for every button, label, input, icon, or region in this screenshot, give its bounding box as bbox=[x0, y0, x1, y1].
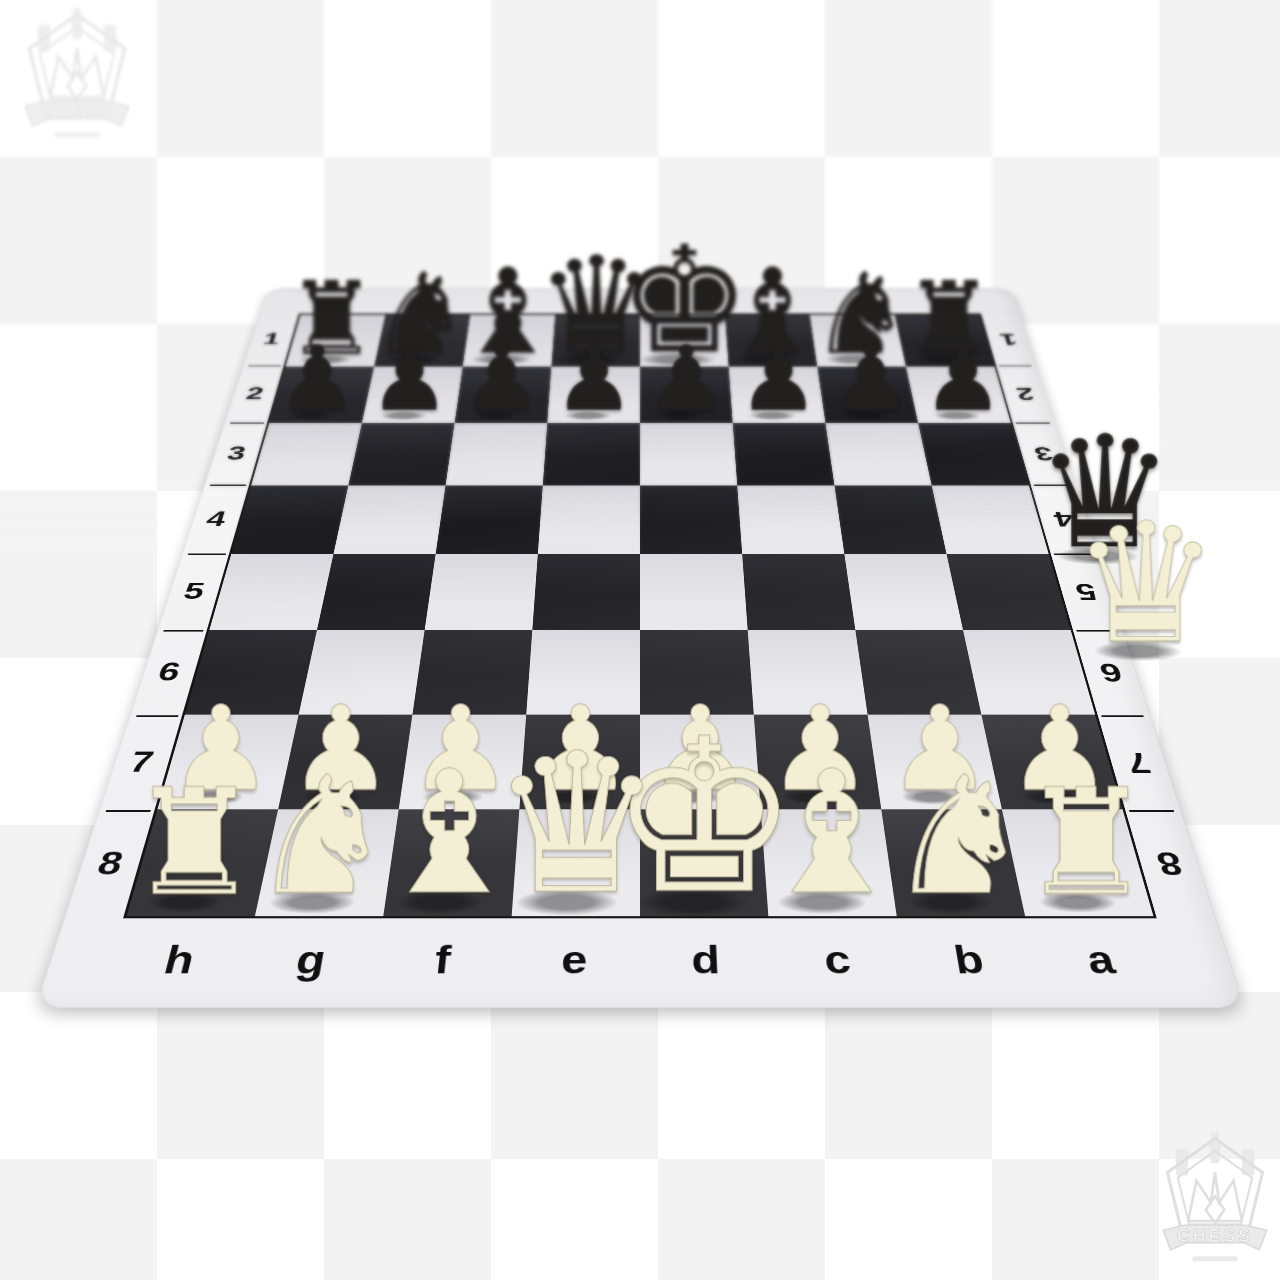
square-a4[interactable] bbox=[932, 485, 1049, 554]
pawn-glyph: ♟ bbox=[646, 333, 727, 423]
file-label-d: d bbox=[640, 919, 775, 1001]
pawn-glyph: ♟ bbox=[369, 333, 450, 423]
bishop-glyph: ♝ bbox=[373, 748, 525, 918]
square-g5[interactable] bbox=[317, 554, 436, 630]
square-c5[interactable] bbox=[742, 554, 855, 630]
piece-black-pawn[interactable]: ♟ bbox=[277, 323, 358, 413]
piece-black-pawn[interactable]: ♟ bbox=[646, 323, 727, 413]
square-e3[interactable] bbox=[543, 423, 640, 485]
square-h5[interactable] bbox=[209, 554, 333, 630]
piece-black-pawn[interactable]: ♟ bbox=[738, 323, 819, 413]
product-photo-scene: CHESS CHESS hgfedcba 12345678 12345678 ♜… bbox=[0, 0, 1280, 1280]
square-d3[interactable] bbox=[640, 423, 737, 485]
piece-black-pawn[interactable]: ♟ bbox=[553, 323, 634, 413]
square-a5[interactable] bbox=[947, 554, 1071, 630]
file-label-a: a bbox=[1026, 919, 1178, 1001]
file-label-g: g bbox=[236, 919, 382, 1001]
logo-rook-icon bbox=[1176, 1149, 1188, 1176]
file-label-h: h bbox=[102, 919, 254, 1001]
piece-black-pawn[interactable]: ♟ bbox=[461, 323, 542, 413]
square-b5[interactable] bbox=[844, 554, 963, 630]
file-label-f: f bbox=[371, 919, 511, 1001]
rank-separator-tick bbox=[210, 485, 246, 486]
square-e4[interactable] bbox=[538, 485, 640, 554]
piece-black-pawn[interactable]: ♟ bbox=[830, 323, 911, 413]
square-f4[interactable] bbox=[436, 485, 543, 554]
logo-brand-text: CHESS bbox=[1177, 1226, 1253, 1246]
file-label-c: c bbox=[769, 919, 909, 1001]
rook-glyph: ♜ bbox=[1020, 769, 1151, 915]
square-f5[interactable] bbox=[425, 554, 538, 630]
knight-glyph: ♞ bbox=[249, 755, 395, 917]
square-b4[interactable] bbox=[834, 485, 946, 554]
chess-crown-logo: CHESS bbox=[1150, 1126, 1280, 1280]
pawn-glyph: ♟ bbox=[922, 333, 1003, 423]
pawn-glyph: ♟ bbox=[461, 333, 542, 423]
piece-white-knight[interactable]: ♞ bbox=[249, 737, 395, 899]
logo-rook-icon bbox=[104, 25, 116, 52]
piece-black-pawn[interactable]: ♟ bbox=[922, 323, 1003, 413]
chess-mat: hgfedcba 12345678 12345678 ♜♞♝♚♛♝♞♜♟♟♟♟♟… bbox=[35, 288, 1245, 1008]
square-h3[interactable] bbox=[251, 423, 362, 485]
pawn-glyph: ♟ bbox=[553, 333, 634, 423]
logo-rook-icon bbox=[1242, 1149, 1254, 1176]
file-labels-bottom: hgfedcba bbox=[102, 919, 1178, 1001]
square-f3[interactable] bbox=[446, 423, 548, 485]
square-a3[interactable] bbox=[918, 423, 1029, 485]
square-b3[interactable] bbox=[825, 423, 931, 485]
chess-crown-logo: CHESS bbox=[12, 2, 142, 157]
logo-king-icon bbox=[1209, 1132, 1221, 1163]
square-d4[interactable] bbox=[640, 485, 742, 554]
square-e5[interactable] bbox=[532, 554, 640, 630]
queen-glyph: ♛ bbox=[1071, 501, 1220, 667]
logo-brand-text: CHESS bbox=[39, 102, 115, 122]
file-label-e: e bbox=[505, 919, 640, 1001]
rank-separator-tick bbox=[999, 365, 1032, 366]
piece-white-queen[interactable]: ♛ bbox=[1071, 483, 1220, 649]
rank-separator-tick bbox=[188, 554, 226, 555]
rook-glyph: ♜ bbox=[128, 769, 259, 915]
pawn-glyph: ♟ bbox=[277, 333, 358, 423]
logo-rook-icon bbox=[38, 25, 50, 52]
square-g3[interactable] bbox=[348, 423, 454, 485]
piece-white-rook[interactable]: ♜ bbox=[1020, 753, 1151, 899]
pawn-glyph: ♟ bbox=[738, 333, 819, 423]
piece-white-bishop[interactable]: ♝ bbox=[373, 729, 525, 899]
logo-king-icon bbox=[71, 8, 83, 39]
square-g4[interactable] bbox=[333, 485, 445, 554]
square-h4[interactable] bbox=[231, 485, 348, 554]
rank-separator-tick bbox=[230, 422, 265, 423]
pawn-glyph: ♟ bbox=[830, 333, 911, 423]
rank-separator-tick bbox=[163, 630, 203, 632]
square-d5[interactable] bbox=[640, 554, 748, 630]
file-label-b: b bbox=[897, 919, 1043, 1001]
square-c3[interactable] bbox=[733, 423, 835, 485]
square-c4[interactable] bbox=[737, 485, 844, 554]
piece-black-pawn[interactable]: ♟ bbox=[369, 323, 450, 413]
piece-white-rook[interactable]: ♜ bbox=[128, 753, 259, 899]
